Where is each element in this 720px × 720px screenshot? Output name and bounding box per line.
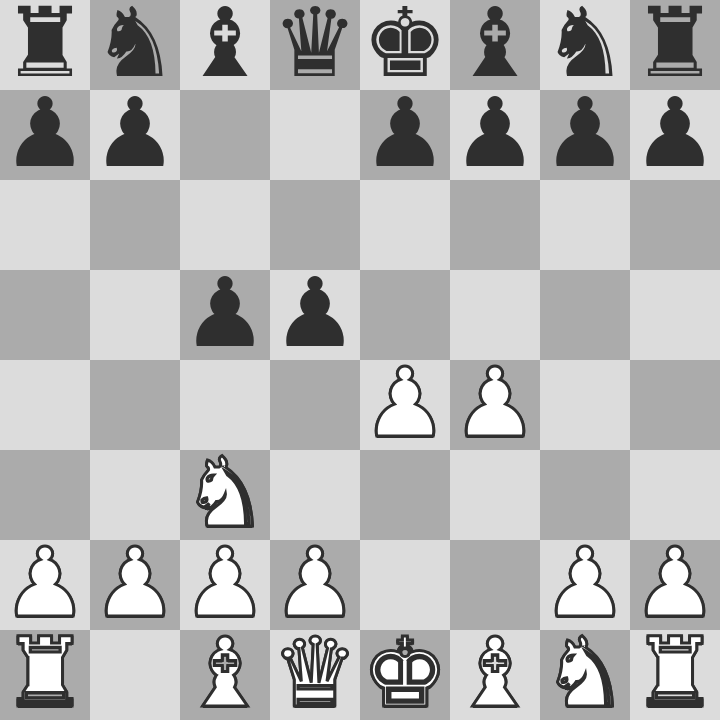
square-d1[interactable]: ♛ (270, 630, 360, 720)
square-d5[interactable]: ♟ (270, 270, 360, 360)
piece-black-pawn[interactable]: ♟ (452, 85, 538, 181)
piece-white-pawn[interactable]: ♟ (362, 355, 448, 451)
square-f4[interactable]: ♟ (450, 360, 540, 450)
square-a4[interactable] (0, 360, 90, 450)
square-f3[interactable] (450, 450, 540, 540)
square-d7[interactable] (270, 90, 360, 180)
square-b5[interactable] (90, 270, 180, 360)
piece-white-pawn[interactable]: ♟ (92, 535, 178, 631)
piece-white-bishop[interactable]: ♝ (182, 625, 268, 720)
piece-black-pawn[interactable]: ♟ (542, 85, 628, 181)
piece-white-rook[interactable]: ♜ (632, 625, 718, 720)
square-d4[interactable] (270, 360, 360, 450)
square-g4[interactable] (540, 360, 630, 450)
piece-white-rook[interactable]: ♜ (2, 625, 88, 720)
square-b6[interactable] (90, 180, 180, 270)
square-g7[interactable]: ♟ (540, 90, 630, 180)
square-e3[interactable] (360, 450, 450, 540)
piece-black-pawn[interactable]: ♟ (632, 85, 718, 181)
square-b2[interactable]: ♟ (90, 540, 180, 630)
piece-black-pawn[interactable]: ♟ (92, 85, 178, 181)
piece-black-pawn[interactable]: ♟ (272, 265, 358, 361)
square-e6[interactable] (360, 180, 450, 270)
square-b4[interactable] (90, 360, 180, 450)
square-h4[interactable] (630, 360, 720, 450)
square-b7[interactable]: ♟ (90, 90, 180, 180)
piece-white-bishop[interactable]: ♝ (452, 625, 538, 720)
square-f1[interactable]: ♝ (450, 630, 540, 720)
square-b1[interactable] (90, 630, 180, 720)
piece-white-knight[interactable]: ♞ (542, 625, 628, 720)
square-g5[interactable] (540, 270, 630, 360)
piece-white-pawn[interactable]: ♟ (452, 355, 538, 451)
square-c8[interactable]: ♝ (180, 0, 270, 90)
square-c5[interactable]: ♟ (180, 270, 270, 360)
square-c1[interactable]: ♝ (180, 630, 270, 720)
piece-white-king[interactable]: ♚ (362, 625, 448, 720)
piece-black-queen[interactable]: ♛ (272, 0, 358, 91)
square-g1[interactable]: ♞ (540, 630, 630, 720)
chess-board: ♜♞♝♛♚♝♞♜♟♟♟♟♟♟♟♟♟♟♞♟♟♟♟♟♟♜♝♛♚♝♞♜ (0, 0, 720, 720)
square-c7[interactable] (180, 90, 270, 180)
piece-black-pawn[interactable]: ♟ (182, 265, 268, 361)
square-e1[interactable]: ♚ (360, 630, 450, 720)
square-f7[interactable]: ♟ (450, 90, 540, 180)
square-f6[interactable] (450, 180, 540, 270)
piece-black-pawn[interactable]: ♟ (362, 85, 448, 181)
square-d8[interactable]: ♛ (270, 0, 360, 90)
piece-black-bishop[interactable]: ♝ (182, 0, 268, 91)
square-h6[interactable] (630, 180, 720, 270)
square-a6[interactable] (0, 180, 90, 270)
square-h7[interactable]: ♟ (630, 90, 720, 180)
piece-black-pawn[interactable]: ♟ (2, 85, 88, 181)
square-e7[interactable]: ♟ (360, 90, 450, 180)
square-h5[interactable] (630, 270, 720, 360)
square-g6[interactable] (540, 180, 630, 270)
square-h1[interactable]: ♜ (630, 630, 720, 720)
square-a1[interactable]: ♜ (0, 630, 90, 720)
square-a5[interactable] (0, 270, 90, 360)
square-e4[interactable]: ♟ (360, 360, 450, 450)
piece-white-queen[interactable]: ♛ (272, 625, 358, 720)
square-a7[interactable]: ♟ (0, 90, 90, 180)
